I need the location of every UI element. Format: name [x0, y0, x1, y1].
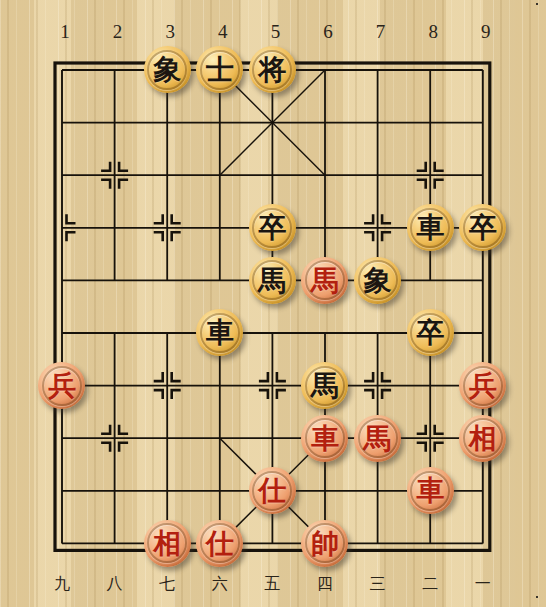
piece-glyph: 車: [416, 467, 444, 514]
intersection: 士: [193, 44, 246, 97]
intersection: 相: [141, 517, 194, 570]
piece-red-chariot[interactable]: 車: [301, 415, 348, 462]
piece-glyph: 象: [153, 46, 181, 93]
piece-red-general[interactable]: 帥: [301, 520, 348, 567]
bottom-file-label: 九: [45, 574, 79, 595]
board-pieces-grid: 象士将卒車卒馬馬象車卒兵馬兵車馬相仕車相仕帥: [36, 44, 509, 570]
intersection: 馬: [351, 412, 404, 465]
corner-dot: [536, 3, 538, 5]
piece-red-advisor[interactable]: 仕: [249, 467, 296, 514]
intersection: 象: [351, 254, 404, 307]
xiangqi-board-screen: 123456789 象士将卒車卒馬馬象車卒兵馬兵車馬相仕車相仕帥 九八七六五四三…: [0, 0, 546, 607]
intersection: 馬: [299, 254, 352, 307]
piece-glyph: 車: [416, 204, 444, 251]
intersection: 車: [299, 412, 352, 465]
piece-glyph: 卒: [258, 204, 286, 251]
intersection: 馬: [299, 359, 352, 412]
intersection: 馬: [246, 254, 299, 307]
piece-red-elephant[interactable]: 相: [144, 520, 191, 567]
piece-glyph: 卒: [469, 204, 497, 251]
piece-glyph: 仕: [258, 467, 286, 514]
piece-black-soldier[interactable]: 卒: [407, 309, 454, 356]
intersection: 兵: [36, 359, 89, 412]
piece-glyph: 兵: [48, 362, 76, 409]
bottom-file-label: 三: [361, 574, 395, 595]
piece-glyph: 兵: [469, 362, 497, 409]
bottom-file-label: 七: [150, 574, 184, 595]
piece-glyph: 車: [311, 415, 339, 462]
piece-red-elephant[interactable]: 相: [459, 415, 506, 462]
bottom-file-label: 八: [98, 574, 132, 595]
piece-glyph: 卒: [416, 309, 444, 356]
piece-red-advisor[interactable]: 仕: [196, 520, 243, 567]
piece-red-soldier[interactable]: 兵: [459, 362, 506, 409]
piece-red-horse[interactable]: 馬: [301, 257, 348, 304]
piece-black-horse[interactable]: 馬: [301, 362, 348, 409]
piece-black-advisor[interactable]: 士: [196, 46, 243, 93]
piece-black-elephant[interactable]: 象: [144, 46, 191, 93]
piece-black-chariot[interactable]: 車: [407, 204, 454, 251]
intersection: 車: [404, 201, 457, 254]
intersection: 車: [404, 464, 457, 517]
piece-glyph: 仕: [206, 520, 234, 567]
piece-glyph: 士: [206, 46, 234, 93]
bottom-file-label: 一: [466, 574, 500, 595]
corner-dot: [536, 596, 538, 598]
piece-glyph: 帥: [311, 520, 339, 567]
bottom-file-label: 四: [308, 574, 342, 595]
intersection: 相: [456, 412, 509, 465]
intersection: 仕: [193, 517, 246, 570]
piece-black-horse[interactable]: 馬: [249, 257, 296, 304]
intersection: 卒: [246, 201, 299, 254]
intersection: 仕: [246, 464, 299, 517]
intersection: 車: [193, 307, 246, 360]
piece-glyph: 象: [364, 257, 392, 304]
piece-black-chariot[interactable]: 車: [196, 309, 243, 356]
intersection: 兵: [456, 359, 509, 412]
piece-glyph: 車: [206, 309, 234, 356]
piece-glyph: 相: [469, 415, 497, 462]
intersection: 卒: [456, 201, 509, 254]
intersection: 象: [141, 44, 194, 97]
piece-glyph: 馬: [311, 362, 339, 409]
intersection: 卒: [404, 307, 457, 360]
piece-glyph: 相: [153, 520, 181, 567]
intersection: 将: [246, 44, 299, 97]
intersection: 帥: [299, 517, 352, 570]
bottom-file-label: 二: [413, 574, 447, 595]
bottom-file-label: 五: [255, 574, 289, 595]
piece-black-soldier[interactable]: 卒: [459, 204, 506, 251]
piece-glyph: 馬: [311, 257, 339, 304]
piece-red-chariot[interactable]: 車: [407, 467, 454, 514]
bottom-file-label: 六: [203, 574, 237, 595]
piece-red-soldier[interactable]: 兵: [38, 362, 85, 409]
piece-black-general[interactable]: 将: [249, 46, 296, 93]
piece-black-soldier[interactable]: 卒: [249, 204, 296, 251]
piece-glyph: 馬: [364, 415, 392, 462]
piece-glyph: 将: [258, 46, 286, 93]
piece-red-horse[interactable]: 馬: [354, 415, 401, 462]
piece-black-elephant[interactable]: 象: [354, 257, 401, 304]
piece-glyph: 馬: [258, 257, 286, 304]
